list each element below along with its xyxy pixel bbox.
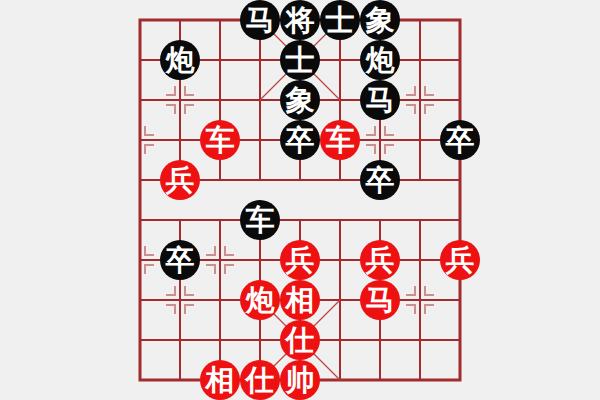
- piece-black-soldier[interactable]: 卒: [360, 160, 400, 200]
- piece-red-advisor[interactable]: 仕: [280, 320, 320, 360]
- piece-black-horse[interactable]: 马: [240, 0, 280, 40]
- piece-black-soldier[interactable]: 卒: [440, 120, 480, 160]
- piece-red-elephant[interactable]: 相: [280, 280, 320, 320]
- piece-red-cannon[interactable]: 炮: [240, 280, 280, 320]
- piece-red-soldier[interactable]: 兵: [160, 160, 200, 200]
- piece-red-chariot[interactable]: 车: [320, 120, 360, 160]
- piece-red-soldier[interactable]: 兵: [280, 240, 320, 280]
- piece-black-chariot[interactable]: 车: [240, 200, 280, 240]
- piece-red-advisor[interactable]: 仕: [240, 360, 280, 400]
- xiangqi-board: 马将士象炮士炮象马车卒车卒兵卒车卒兵兵兵炮相马仕相仕帅: [0, 0, 600, 400]
- piece-black-general[interactable]: 将: [280, 0, 320, 40]
- piece-red-general[interactable]: 帅: [280, 360, 320, 400]
- piece-red-elephant[interactable]: 相: [200, 360, 240, 400]
- piece-red-soldier[interactable]: 兵: [360, 240, 400, 280]
- piece-black-soldier[interactable]: 卒: [280, 120, 320, 160]
- piece-black-elephant[interactable]: 象: [280, 80, 320, 120]
- piece-black-horse[interactable]: 马: [360, 80, 400, 120]
- piece-black-cannon[interactable]: 炮: [360, 40, 400, 80]
- piece-black-advisor[interactable]: 士: [280, 40, 320, 80]
- piece-red-soldier[interactable]: 兵: [440, 240, 480, 280]
- piece-red-horse[interactable]: 马: [360, 280, 400, 320]
- piece-black-cannon[interactable]: 炮: [160, 40, 200, 80]
- piece-black-soldier[interactable]: 卒: [160, 240, 200, 280]
- piece-black-elephant[interactable]: 象: [360, 0, 400, 40]
- piece-black-advisor[interactable]: 士: [320, 0, 360, 40]
- piece-red-chariot[interactable]: 车: [200, 120, 240, 160]
- pieces-layer: 马将士象炮士炮象马车卒车卒兵卒车卒兵兵兵炮相马仕相仕帅: [120, 0, 480, 400]
